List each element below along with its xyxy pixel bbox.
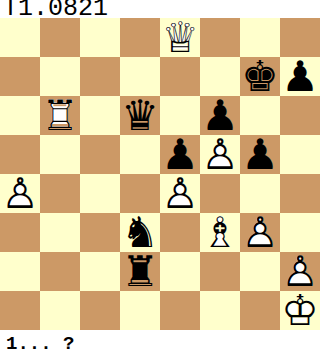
piece-bQ-d6[interactable]: ♛︎ — [120, 96, 160, 135]
square-a4[interactable]: ♟︎♙︎ — [0, 174, 40, 213]
piece-bP-h7[interactable]: ♟︎ — [280, 57, 320, 96]
square-b3[interactable] — [40, 213, 80, 252]
square-h1[interactable]: ♚︎♔︎ — [280, 291, 320, 330]
square-e8[interactable]: ♛︎♕︎ — [160, 18, 200, 57]
square-c4[interactable] — [80, 174, 120, 213]
square-c7[interactable] — [80, 57, 120, 96]
square-h5[interactable] — [280, 135, 320, 174]
square-d5[interactable] — [120, 135, 160, 174]
white-piece-outline-glyph: ♗︎ — [200, 213, 240, 252]
square-e1[interactable] — [160, 291, 200, 330]
square-d2[interactable]: ♜︎ — [120, 252, 160, 291]
white-piece-outline-glyph: ♙︎ — [160, 174, 200, 213]
chess-board: ♛︎♕︎♚︎♟︎♜︎♖︎♛︎♟︎♟︎♟︎♙︎♟︎♟︎♙︎♟︎♙︎♞︎♝︎♗︎♟︎… — [0, 18, 320, 330]
move-prompt-label: 1... ? — [6, 332, 74, 360]
square-g2[interactable] — [240, 252, 280, 291]
chess-puzzle-screen: T1.0821 ♛︎♕︎♚︎♟︎♜︎♖︎♛︎♟︎♟︎♟︎♙︎♟︎♟︎♙︎♟︎♙︎… — [0, 0, 320, 360]
square-c8[interactable] — [80, 18, 120, 57]
square-a7[interactable] — [0, 57, 40, 96]
square-a1[interactable] — [0, 291, 40, 330]
piece-wQ-e8[interactable]: ♛︎♕︎ — [160, 18, 200, 57]
square-a2[interactable] — [0, 252, 40, 291]
square-e2[interactable] — [160, 252, 200, 291]
square-g3[interactable]: ♟︎♙︎ — [240, 213, 280, 252]
square-c6[interactable] — [80, 96, 120, 135]
white-piece-outline-glyph: ♕︎ — [160, 18, 200, 57]
square-g7[interactable]: ♚︎ — [240, 57, 280, 96]
square-f3[interactable]: ♝︎♗︎ — [200, 213, 240, 252]
black-piece-fill-glyph: ♟︎ — [240, 135, 280, 174]
square-h4[interactable] — [280, 174, 320, 213]
piece-wP-f5[interactable]: ♟︎♙︎ — [200, 135, 240, 174]
piece-wB-f3[interactable]: ♝︎♗︎ — [200, 213, 240, 252]
black-piece-fill-glyph: ♚︎ — [240, 57, 280, 96]
square-h7[interactable]: ♟︎ — [280, 57, 320, 96]
square-c3[interactable] — [80, 213, 120, 252]
black-piece-fill-glyph: ♛︎ — [120, 96, 160, 135]
square-h6[interactable] — [280, 96, 320, 135]
square-e3[interactable] — [160, 213, 200, 252]
black-piece-fill-glyph: ♟︎ — [280, 57, 320, 96]
square-b5[interactable] — [40, 135, 80, 174]
square-a8[interactable] — [0, 18, 40, 57]
square-g1[interactable] — [240, 291, 280, 330]
square-a3[interactable] — [0, 213, 40, 252]
square-b4[interactable] — [40, 174, 80, 213]
piece-wP-e4[interactable]: ♟︎♙︎ — [160, 174, 200, 213]
white-piece-outline-glyph: ♙︎ — [200, 135, 240, 174]
square-c1[interactable] — [80, 291, 120, 330]
square-f5[interactable]: ♟︎♙︎ — [200, 135, 240, 174]
puzzle-id-label: T1.0821 — [3, 0, 108, 18]
square-e4[interactable]: ♟︎♙︎ — [160, 174, 200, 213]
piece-wK-h1[interactable]: ♚︎♔︎ — [280, 291, 320, 330]
square-d1[interactable] — [120, 291, 160, 330]
black-piece-fill-glyph: ♜︎ — [120, 252, 160, 291]
square-e7[interactable] — [160, 57, 200, 96]
square-d8[interactable] — [120, 18, 160, 57]
square-a6[interactable] — [0, 96, 40, 135]
square-f8[interactable] — [200, 18, 240, 57]
piece-bK-g7[interactable]: ♚︎ — [240, 57, 280, 96]
square-b2[interactable] — [40, 252, 80, 291]
square-c5[interactable] — [80, 135, 120, 174]
piece-wP-a4[interactable]: ♟︎♙︎ — [0, 174, 40, 213]
square-b8[interactable] — [40, 18, 80, 57]
square-d6[interactable]: ♛︎ — [120, 96, 160, 135]
square-g5[interactable]: ♟︎ — [240, 135, 280, 174]
piece-bR-d2[interactable]: ♜︎ — [120, 252, 160, 291]
square-c2[interactable] — [80, 252, 120, 291]
piece-wR-b6[interactable]: ♜︎♖︎ — [40, 96, 80, 135]
white-piece-outline-glyph: ♖︎ — [40, 96, 80, 135]
square-f1[interactable] — [200, 291, 240, 330]
square-b6[interactable]: ♜︎♖︎ — [40, 96, 80, 135]
piece-wP-g3[interactable]: ♟︎♙︎ — [240, 213, 280, 252]
white-piece-outline-glyph: ♙︎ — [0, 174, 40, 213]
white-piece-outline-glyph: ♔︎ — [280, 291, 320, 330]
white-piece-outline-glyph: ♙︎ — [240, 213, 280, 252]
square-b1[interactable] — [40, 291, 80, 330]
square-f2[interactable] — [200, 252, 240, 291]
piece-bP-g5[interactable]: ♟︎ — [240, 135, 280, 174]
